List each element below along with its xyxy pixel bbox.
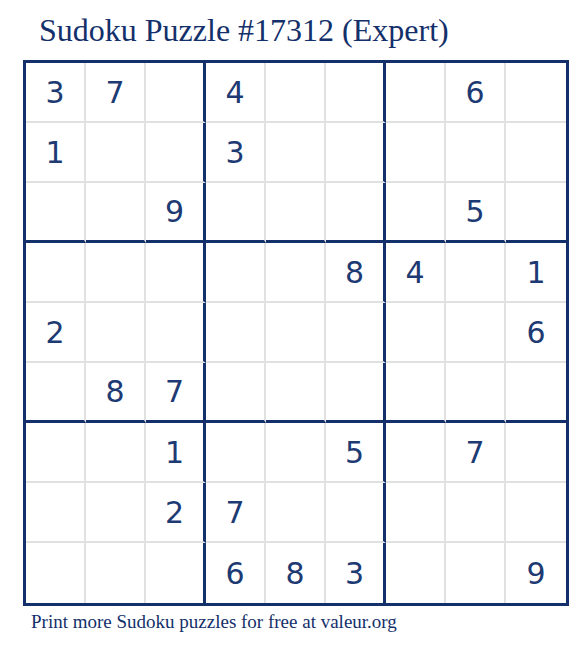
cell-r5c3[interactable] [146, 303, 206, 363]
cell-r3c8[interactable]: 5 [446, 183, 506, 243]
cell-r8c8[interactable] [446, 483, 506, 543]
cell-r2c4[interactable]: 3 [206, 123, 266, 183]
cell-r8c4[interactable]: 7 [206, 483, 266, 543]
cell-r8c2[interactable] [86, 483, 146, 543]
cell-r4c3[interactable] [146, 243, 206, 303]
cell-r5c4[interactable] [206, 303, 266, 363]
cell-r2c1[interactable]: 1 [26, 123, 86, 183]
cell-r7c6[interactable]: 5 [326, 423, 386, 483]
cell-r6c2[interactable]: 8 [86, 363, 146, 423]
cell-r2c3[interactable] [146, 123, 206, 183]
cell-r2c5[interactable] [266, 123, 326, 183]
cell-r8c7[interactable] [386, 483, 446, 543]
cell-r8c5[interactable] [266, 483, 326, 543]
cell-r4c1[interactable] [26, 243, 86, 303]
cell-r9c2[interactable] [86, 543, 146, 603]
cell-r7c5[interactable] [266, 423, 326, 483]
cell-r8c1[interactable] [26, 483, 86, 543]
cell-r2c6[interactable] [326, 123, 386, 183]
cell-r6c5[interactable] [266, 363, 326, 423]
cell-r8c9[interactable] [506, 483, 566, 543]
cell-r1c5[interactable] [266, 63, 326, 123]
cell-r2c2[interactable] [86, 123, 146, 183]
cell-r3c5[interactable] [266, 183, 326, 243]
cell-r1c8[interactable]: 6 [446, 63, 506, 123]
cell-r8c6[interactable] [326, 483, 386, 543]
page-title: Sudoku Puzzle #17312 (Expert) [39, 12, 449, 49]
cell-r5c7[interactable] [386, 303, 446, 363]
cell-r2c7[interactable] [386, 123, 446, 183]
cell-r9c6[interactable]: 3 [326, 543, 386, 603]
cell-r6c9[interactable] [506, 363, 566, 423]
cell-r4c9[interactable]: 1 [506, 243, 566, 303]
cell-r3c6[interactable] [326, 183, 386, 243]
cell-r1c9[interactable] [506, 63, 566, 123]
cell-r6c7[interactable] [386, 363, 446, 423]
cell-r7c2[interactable] [86, 423, 146, 483]
cell-r9c7[interactable] [386, 543, 446, 603]
cell-r5c6[interactable] [326, 303, 386, 363]
cell-r1c3[interactable] [146, 63, 206, 123]
cell-r6c4[interactable] [206, 363, 266, 423]
cell-r5c2[interactable] [86, 303, 146, 363]
cell-r9c4[interactable]: 6 [206, 543, 266, 603]
cell-r9c9[interactable]: 9 [506, 543, 566, 603]
cell-r3c3[interactable]: 9 [146, 183, 206, 243]
cell-r5c5[interactable] [266, 303, 326, 363]
cell-r5c9[interactable]: 6 [506, 303, 566, 363]
cell-r8c3[interactable]: 2 [146, 483, 206, 543]
cell-r4c4[interactable] [206, 243, 266, 303]
cell-r6c1[interactable] [26, 363, 86, 423]
cell-r9c1[interactable] [26, 543, 86, 603]
cell-r7c1[interactable] [26, 423, 86, 483]
cell-r6c6[interactable] [326, 363, 386, 423]
cell-r1c6[interactable] [326, 63, 386, 123]
cell-r4c7[interactable]: 4 [386, 243, 446, 303]
cell-r7c3[interactable]: 1 [146, 423, 206, 483]
cell-r2c8[interactable] [446, 123, 506, 183]
cell-r3c4[interactable] [206, 183, 266, 243]
cell-r7c9[interactable] [506, 423, 566, 483]
cell-r3c1[interactable] [26, 183, 86, 243]
cell-r4c5[interactable] [266, 243, 326, 303]
cell-r7c7[interactable] [386, 423, 446, 483]
cell-r9c8[interactable] [446, 543, 506, 603]
cell-r4c6[interactable]: 8 [326, 243, 386, 303]
cell-r3c2[interactable] [86, 183, 146, 243]
cell-r9c3[interactable] [146, 543, 206, 603]
cell-r3c9[interactable] [506, 183, 566, 243]
cell-r7c4[interactable] [206, 423, 266, 483]
cell-r5c1[interactable]: 2 [26, 303, 86, 363]
cell-r1c2[interactable]: 7 [86, 63, 146, 123]
sudoku-board: 374613958412687157276839 [23, 60, 569, 606]
cell-r1c7[interactable] [386, 63, 446, 123]
cell-r5c8[interactable] [446, 303, 506, 363]
cell-r1c1[interactable]: 3 [26, 63, 86, 123]
cell-r3c7[interactable] [386, 183, 446, 243]
cell-r4c2[interactable] [86, 243, 146, 303]
cell-r4c8[interactable] [446, 243, 506, 303]
cell-r6c8[interactable] [446, 363, 506, 423]
cell-r7c8[interactable]: 7 [446, 423, 506, 483]
cell-r6c3[interactable]: 7 [146, 363, 206, 423]
footer-text: Print more Sudoku puzzles for free at va… [31, 611, 397, 633]
cell-r9c5[interactable]: 8 [266, 543, 326, 603]
cell-r2c9[interactable] [506, 123, 566, 183]
cell-r1c4[interactable]: 4 [206, 63, 266, 123]
